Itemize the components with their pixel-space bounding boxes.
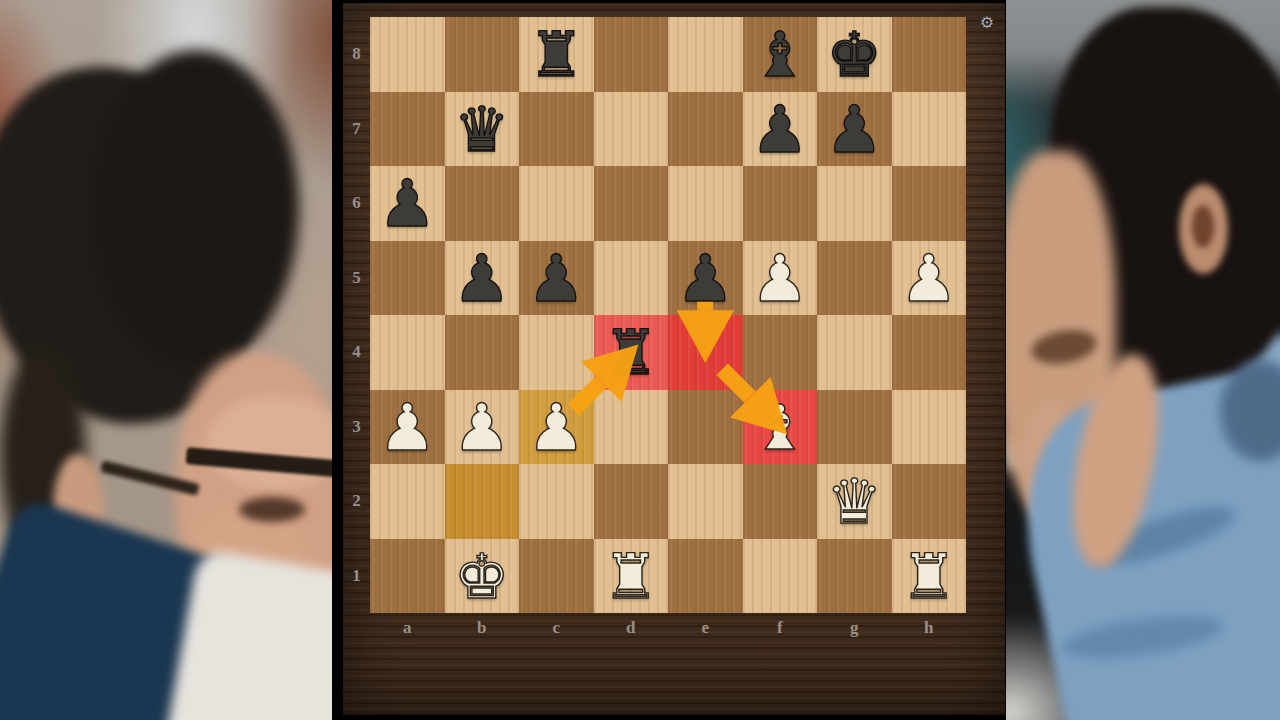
piece-wQ-g2[interactable]: ♛: [817, 464, 892, 539]
screenshot-root: 87654321 ♜♝♚♛♟♟♟♟♟♟♟♟♜♟♟♟♝♛♚♜♜ abcdefgh …: [0, 0, 1280, 720]
square-e4[interactable]: [668, 315, 743, 390]
rank-label-1: 1: [343, 539, 370, 614]
piece-bP-e5[interactable]: ♟: [668, 241, 743, 316]
piece-wR-h1[interactable]: ♜: [892, 539, 967, 614]
square-b5[interactable]: ♟: [445, 241, 520, 316]
square-a2[interactable]: [370, 464, 445, 539]
square-f6[interactable]: [743, 166, 818, 241]
piece-bP-a6[interactable]: ♟: [370, 166, 445, 241]
piece-bQ-b7[interactable]: ♛: [445, 92, 520, 167]
piece-bP-c5[interactable]: ♟: [519, 241, 594, 316]
square-b4[interactable]: [445, 315, 520, 390]
piece-wK-b1[interactable]: ♚: [445, 539, 520, 614]
square-c8[interactable]: ♜: [519, 17, 594, 92]
settings-gear-icon[interactable]: ⚙: [980, 15, 994, 31]
square-e2[interactable]: [668, 464, 743, 539]
rank-label-8: 8: [343, 17, 370, 92]
square-b3[interactable]: ♟: [445, 390, 520, 465]
piece-bP-b5[interactable]: ♟: [445, 241, 520, 316]
square-d1[interactable]: ♜: [594, 539, 669, 614]
square-h8[interactable]: [892, 17, 967, 92]
square-d2[interactable]: [594, 464, 669, 539]
square-f2[interactable]: [743, 464, 818, 539]
square-c2[interactable]: [519, 464, 594, 539]
square-a7[interactable]: [370, 92, 445, 167]
square-h1[interactable]: ♜: [892, 539, 967, 614]
square-g4[interactable]: [817, 315, 892, 390]
square-e3[interactable]: [668, 390, 743, 465]
square-g8[interactable]: ♚: [817, 17, 892, 92]
file-label-c: c: [519, 613, 594, 643]
rank-label-2: 2: [343, 464, 370, 539]
rank-label-4: 4: [343, 315, 370, 390]
square-e1[interactable]: [668, 539, 743, 614]
square-d3[interactable]: [594, 390, 669, 465]
square-a4[interactable]: [370, 315, 445, 390]
file-labels: abcdefgh: [370, 613, 966, 643]
file-label-a: a: [370, 613, 445, 643]
photo-left-forehead: [206, 396, 332, 490]
square-g6[interactable]: [817, 166, 892, 241]
square-a6[interactable]: ♟: [370, 166, 445, 241]
photo-left-eye: [239, 497, 305, 522]
square-g5[interactable]: [817, 241, 892, 316]
piece-wP-c3[interactable]: ♟: [519, 390, 594, 465]
square-h5[interactable]: ♟: [892, 241, 967, 316]
square-h2[interactable]: [892, 464, 967, 539]
square-f8[interactable]: ♝: [743, 17, 818, 92]
square-f7[interactable]: ♟: [743, 92, 818, 167]
square-d4[interactable]: ♜: [594, 315, 669, 390]
square-a3[interactable]: ♟: [370, 390, 445, 465]
square-c5[interactable]: ♟: [519, 241, 594, 316]
square-d8[interactable]: [594, 17, 669, 92]
file-label-d: d: [594, 613, 669, 643]
player-photo-right: [1006, 0, 1280, 720]
square-e8[interactable]: [668, 17, 743, 92]
file-label-g: g: [817, 613, 892, 643]
square-d6[interactable]: [594, 166, 669, 241]
rank-label-3: 3: [343, 390, 370, 465]
rank-label-6: 6: [343, 166, 370, 241]
square-b8[interactable]: [445, 17, 520, 92]
square-c6[interactable]: [519, 166, 594, 241]
square-g2[interactable]: ♛: [817, 464, 892, 539]
square-e7[interactable]: [668, 92, 743, 167]
square-a5[interactable]: [370, 241, 445, 316]
square-c1[interactable]: [519, 539, 594, 614]
file-label-e: e: [668, 613, 743, 643]
chess-board-panel: 87654321 ♜♝♚♛♟♟♟♟♟♟♟♟♜♟♟♟♝♛♚♜♜ abcdefgh …: [343, 3, 1005, 715]
rank-label-7: 7: [343, 92, 370, 167]
rank-label-5: 5: [343, 241, 370, 316]
rank-labels: 87654321: [343, 17, 370, 613]
square-g7[interactable]: ♟: [817, 92, 892, 167]
square-h3[interactable]: [892, 390, 967, 465]
piece-wR-d1[interactable]: ♜: [594, 539, 669, 614]
square-f4[interactable]: [743, 315, 818, 390]
player-photo-left: [0, 0, 332, 720]
square-c4[interactable]: [519, 315, 594, 390]
piece-wP-f5[interactable]: ♟: [743, 241, 818, 316]
piece-bP-f7[interactable]: ♟: [743, 92, 818, 167]
square-d5[interactable]: [594, 241, 669, 316]
square-d7[interactable]: [594, 92, 669, 167]
square-c3[interactable]: ♟: [519, 390, 594, 465]
square-a1[interactable]: [370, 539, 445, 614]
chess-board[interactable]: ♜♝♚♛♟♟♟♟♟♟♟♟♜♟♟♟♝♛♚♜♜: [370, 17, 966, 613]
square-f5[interactable]: ♟: [743, 241, 818, 316]
square-g1[interactable]: [817, 539, 892, 614]
piece-bR-c8[interactable]: ♜: [519, 17, 594, 92]
piece-wP-a3[interactable]: ♟: [370, 390, 445, 465]
piece-bP-g7[interactable]: ♟: [817, 92, 892, 167]
square-b7[interactable]: ♛: [445, 92, 520, 167]
piece-wB-f3[interactable]: ♝: [743, 390, 818, 465]
square-b6[interactable]: [445, 166, 520, 241]
square-b2[interactable]: [445, 464, 520, 539]
piece-bB-f8[interactable]: ♝: [743, 17, 818, 92]
square-h4[interactable]: [892, 315, 967, 390]
square-a8[interactable]: [370, 17, 445, 92]
square-f3[interactable]: ♝: [743, 390, 818, 465]
square-f1[interactable]: [743, 539, 818, 614]
file-label-b: b: [445, 613, 520, 643]
square-c7[interactable]: [519, 92, 594, 167]
photo-left-hair: [93, 50, 299, 367]
square-e5[interactable]: ♟: [668, 241, 743, 316]
square-g3[interactable]: [817, 390, 892, 465]
file-label-f: f: [743, 613, 818, 643]
square-b1[interactable]: ♚: [445, 539, 520, 614]
square-h7[interactable]: [892, 92, 967, 167]
piece-wP-b3[interactable]: ♟: [445, 390, 520, 465]
square-h6[interactable]: [892, 166, 967, 241]
piece-bR-d4[interactable]: ♜: [594, 315, 669, 390]
square-e6[interactable]: [668, 166, 743, 241]
piece-wP-h5[interactable]: ♟: [892, 241, 967, 316]
piece-bK-g8[interactable]: ♚: [817, 17, 892, 92]
file-label-h: h: [892, 613, 967, 643]
